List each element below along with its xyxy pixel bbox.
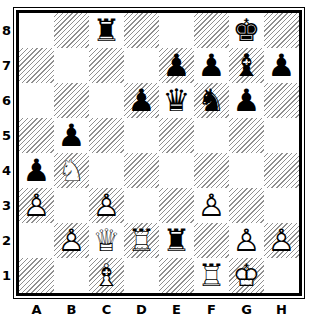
black-pawn-glyph: ♟ [159,48,194,83]
black-pawn-glyph: ♟ [124,83,159,118]
square-f1[interactable]: ♜♖ [194,258,229,293]
white-pawn-glyph: ♙ [194,188,229,223]
square-c4[interactable] [89,153,124,188]
square-c1[interactable]: ♝♗ [89,258,124,293]
white-pawn-glyph: ♙ [229,223,264,258]
rank-label-4: 4 [0,153,13,188]
file-label-c: C [89,299,124,317]
square-a8[interactable] [19,13,54,48]
black-pawn-glyph: ♟ [229,83,264,118]
square-c8[interactable]: ♜ [89,13,124,48]
white-king-glyph: ♔ [229,258,264,293]
white-knight[interactable]: ♞♘ [54,153,89,188]
square-b2[interactable]: ♟♙ [54,223,89,258]
square-f6[interactable]: ♞ [194,83,229,118]
black-pawn[interactable]: ♟ [229,83,264,118]
black-bishop-glyph: ♝ [229,48,264,83]
black-pawn[interactable]: ♟ [19,153,54,188]
square-e2[interactable]: ♜ [159,223,194,258]
square-g5[interactable] [229,118,264,153]
square-f3[interactable]: ♟♙ [194,188,229,223]
file-label-h: H [264,299,299,317]
white-rook-glyph: ♖ [124,223,159,258]
black-rook[interactable]: ♜ [89,13,124,48]
black-knight[interactable]: ♞ [194,83,229,118]
square-h1[interactable] [264,258,299,293]
black-pawn[interactable]: ♟ [194,48,229,83]
file-label-d: D [124,299,159,317]
file-label-f: F [194,299,229,317]
square-h5[interactable] [264,118,299,153]
black-pawn[interactable]: ♟ [159,48,194,83]
square-g3[interactable] [229,188,264,223]
white-knight-glyph: ♘ [54,153,89,188]
chess-board: ♜♚♟♟♝♟♟♛♞♟♟♟♞♘♟♙♟♙♟♙♟♙♛♕♜♖♜♟♙♟♙♝♗♜♖♚♔ [13,7,305,299]
black-bishop[interactable]: ♝ [229,48,264,83]
black-knight-glyph: ♞ [194,83,229,118]
square-d4[interactable] [124,153,159,188]
square-a5[interactable] [19,118,54,153]
square-f5[interactable] [194,118,229,153]
black-pawn-glyph: ♟ [264,48,299,83]
white-pawn-glyph: ♙ [54,223,89,258]
square-b1[interactable] [54,258,89,293]
rank-label-1: 1 [0,258,13,293]
square-g7[interactable]: ♝ [229,48,264,83]
square-h4[interactable] [264,153,299,188]
square-f7[interactable]: ♟ [194,48,229,83]
square-f2[interactable] [194,223,229,258]
black-king-glyph: ♚ [229,13,264,48]
black-pawn[interactable]: ♟ [124,83,159,118]
square-e7[interactable]: ♟ [159,48,194,83]
white-pawn[interactable]: ♟♙ [194,188,229,223]
square-b5[interactable]: ♟ [54,118,89,153]
rank-label-2: 2 [0,223,13,258]
white-pawn[interactable]: ♟♙ [54,223,89,258]
square-c6[interactable] [89,83,124,118]
square-b3[interactable] [54,188,89,223]
white-rook[interactable]: ♜♖ [124,223,159,258]
black-queen[interactable]: ♛ [159,83,194,118]
black-pawn-glyph: ♟ [194,48,229,83]
square-d8[interactable] [124,13,159,48]
rank-label-8: 8 [0,13,13,48]
file-labels: ABCDEFGH [13,299,305,320]
square-g1[interactable]: ♚♔ [229,258,264,293]
rank-label-6: 6 [0,83,13,118]
square-d1[interactable] [124,258,159,293]
file-label-e: E [159,299,194,317]
square-e5[interactable] [159,118,194,153]
square-b8[interactable] [54,13,89,48]
square-d6[interactable]: ♟ [124,83,159,118]
square-d3[interactable] [124,188,159,223]
black-rook[interactable]: ♜ [159,223,194,258]
white-pawn[interactable]: ♟♙ [264,223,299,258]
square-b4[interactable]: ♞♘ [54,153,89,188]
square-h2[interactable]: ♟♙ [264,223,299,258]
square-c2[interactable]: ♛♕ [89,223,124,258]
square-g2[interactable]: ♟♙ [229,223,264,258]
square-e6[interactable]: ♛ [159,83,194,118]
square-c7[interactable] [89,48,124,83]
black-pawn-glyph: ♟ [19,153,54,188]
white-bishop[interactable]: ♝♗ [89,258,124,293]
square-h7[interactable]: ♟ [264,48,299,83]
square-a3[interactable]: ♟♙ [19,188,54,223]
rank-labels: 87654321 [0,7,13,299]
white-bishop-glyph: ♗ [89,258,124,293]
black-rook-glyph: ♜ [159,223,194,258]
black-pawn[interactable]: ♟ [54,118,89,153]
board-grid: ♜♚♟♟♝♟♟♛♞♟♟♟♞♘♟♙♟♙♟♙♟♙♛♕♜♖♜♟♙♟♙♝♗♜♖♚♔ [19,13,299,293]
white-pawn-glyph: ♙ [19,188,54,223]
white-rook-glyph: ♖ [194,258,229,293]
white-queen[interactable]: ♛♕ [89,223,124,258]
white-king[interactable]: ♚♔ [229,258,264,293]
file-label-a: A [19,299,54,317]
square-g6[interactable]: ♟ [229,83,264,118]
square-b6[interactable] [54,83,89,118]
white-pawn-glyph: ♙ [264,223,299,258]
square-d5[interactable] [124,118,159,153]
black-queen-glyph: ♛ [159,83,194,118]
square-h3[interactable] [264,188,299,223]
black-king[interactable]: ♚ [229,13,264,48]
square-h6[interactable] [264,83,299,118]
square-f4[interactable] [194,153,229,188]
square-a4[interactable]: ♟ [19,153,54,188]
rank-label-5: 5 [0,118,13,153]
white-pawn-glyph: ♙ [89,188,124,223]
white-rook[interactable]: ♜♖ [194,258,229,293]
white-pawn[interactable]: ♟♙ [229,223,264,258]
square-a6[interactable] [19,83,54,118]
square-c3[interactable]: ♟♙ [89,188,124,223]
white-pawn[interactable]: ♟♙ [19,188,54,223]
square-f8[interactable] [194,13,229,48]
white-queen-glyph: ♕ [89,223,124,258]
square-e1[interactable] [159,258,194,293]
square-h8[interactable] [264,13,299,48]
square-e8[interactable] [159,13,194,48]
square-a7[interactable] [19,48,54,83]
square-d2[interactable]: ♜♖ [124,223,159,258]
square-g8[interactable]: ♚ [229,13,264,48]
rank-label-7: 7 [0,48,13,83]
black-pawn[interactable]: ♟ [264,48,299,83]
black-rook-glyph: ♜ [89,13,124,48]
file-label-g: G [229,299,264,317]
white-pawn[interactable]: ♟♙ [89,188,124,223]
black-pawn-glyph: ♟ [54,118,89,153]
square-d7[interactable] [124,48,159,83]
file-label-b: B [54,299,89,317]
square-e3[interactable] [159,188,194,223]
chess-diagram: 87654321 ♜♚♟♟♝♟♟♛♞♟♟♟♞♘♟♙♟♙♟♙♟♙♛♕♜♖♜♟♙♟♙… [0,0,314,320]
square-a2[interactable] [19,223,54,258]
rank-label-3: 3 [0,188,13,223]
square-e4[interactable] [159,153,194,188]
square-a1[interactable] [19,258,54,293]
square-g4[interactable] [229,153,264,188]
square-b7[interactable] [54,48,89,83]
square-c5[interactable] [89,118,124,153]
board-border: ♜♚♟♟♝♟♟♛♞♟♟♟♞♘♟♙♟♙♟♙♟♙♛♕♜♖♜♟♙♟♙♝♗♜♖♚♔ [16,10,302,296]
